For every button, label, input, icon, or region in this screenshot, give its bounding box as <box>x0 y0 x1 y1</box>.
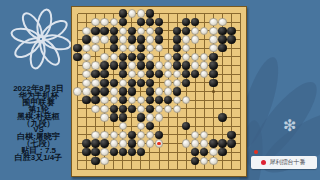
white-stone <box>82 27 90 35</box>
white-stone <box>155 61 163 69</box>
white-stone <box>100 53 108 61</box>
grid-line <box>78 169 241 170</box>
white-stone <box>173 96 181 104</box>
white-stone <box>146 139 154 147</box>
black-stone <box>110 113 118 121</box>
black-stone <box>91 70 99 78</box>
white-stone <box>110 53 118 61</box>
black-stone <box>146 61 154 69</box>
white-stone <box>146 53 154 61</box>
white-stone <box>82 87 90 95</box>
white-stone <box>200 61 208 69</box>
black-stone <box>146 79 154 87</box>
watermark-logo-icon <box>261 160 266 165</box>
black-stone <box>191 157 199 165</box>
white-stone <box>146 113 154 121</box>
black-stone <box>110 79 118 87</box>
black-stone <box>182 18 190 26</box>
black-stone <box>209 139 217 147</box>
white-stone <box>100 96 108 104</box>
white-stone <box>119 79 127 87</box>
white-stone <box>100 18 108 26</box>
white-stone <box>164 87 172 95</box>
white-stone <box>200 131 208 139</box>
white-stone <box>73 87 81 95</box>
white-stone <box>200 70 208 78</box>
black-stone <box>128 105 136 113</box>
black-stone <box>155 35 163 43</box>
white-stone <box>128 44 136 52</box>
black-stone <box>128 148 136 156</box>
white-stone <box>110 96 118 104</box>
white-stone <box>91 18 99 26</box>
black-stone <box>155 27 163 35</box>
black-stone <box>73 44 81 52</box>
white-stone <box>218 18 226 26</box>
black-stone <box>100 27 108 35</box>
white-stone <box>119 44 127 52</box>
white-stone <box>164 53 172 61</box>
white-stone <box>146 35 154 43</box>
black-stone <box>173 35 181 43</box>
black-stone <box>218 148 226 156</box>
black-stone <box>110 105 118 113</box>
black-stone <box>218 35 226 43</box>
white-stone <box>128 96 136 104</box>
white-stone <box>200 157 208 165</box>
white-stone <box>110 18 118 26</box>
white-stone <box>155 105 163 113</box>
black-stone <box>191 18 199 26</box>
white-stone <box>182 96 190 104</box>
black-stone <box>119 53 127 61</box>
black-stone <box>227 139 235 147</box>
black-stone <box>173 44 181 52</box>
black-stone <box>100 87 108 95</box>
black-stone <box>146 87 154 95</box>
black-stone <box>209 53 217 61</box>
white-stone <box>182 35 190 43</box>
black-stone <box>146 18 154 26</box>
white-stone <box>128 61 136 69</box>
black-stone <box>91 139 99 147</box>
white-stone <box>209 35 217 43</box>
video-frame: ❇ 2022年8月3日华为手机杯围甲联赛第1轮黑棋:朴廷桓（九段）VS白棋:屠晓… <box>0 0 320 180</box>
white-stone <box>209 148 217 156</box>
black-stone <box>91 157 99 165</box>
white-stone <box>182 53 190 61</box>
black-stone <box>173 61 181 69</box>
white-stone <box>191 61 199 69</box>
white-stone <box>100 35 108 43</box>
white-stone <box>155 87 163 95</box>
black-stone <box>100 79 108 87</box>
white-stone <box>191 139 199 147</box>
white-stone <box>137 70 145 78</box>
black-stone <box>119 105 127 113</box>
black-stone <box>209 79 217 87</box>
black-stone <box>191 70 199 78</box>
white-stone <box>209 27 217 35</box>
white-stone <box>200 139 208 147</box>
black-stone <box>218 44 226 52</box>
white-stone <box>173 105 181 113</box>
white-stone <box>137 139 145 147</box>
black-stone <box>182 61 190 69</box>
black-stone <box>119 148 127 156</box>
black-stone <box>128 131 136 139</box>
black-stone <box>82 139 90 147</box>
white-stone <box>100 113 108 121</box>
black-stone <box>137 79 145 87</box>
black-stone <box>110 44 118 52</box>
go-board <box>71 6 247 177</box>
grid-line <box>78 126 241 127</box>
black-stone <box>209 61 217 69</box>
black-stone <box>200 148 208 156</box>
white-stone <box>209 44 217 52</box>
black-stone <box>227 35 235 43</box>
white-stone <box>100 148 108 156</box>
black-stone <box>128 139 136 147</box>
white-stone <box>146 27 154 35</box>
star-point <box>212 90 215 93</box>
starburst-icon: ❇ <box>283 116 296 135</box>
white-stone <box>91 44 99 52</box>
white-stone <box>119 139 127 147</box>
black-stone <box>128 27 136 35</box>
white-stone <box>91 35 99 43</box>
black-stone <box>155 18 163 26</box>
white-stone <box>91 105 99 113</box>
white-stone <box>91 79 99 87</box>
white-stone <box>164 105 172 113</box>
white-stone <box>137 122 145 130</box>
black-stone <box>119 113 127 121</box>
white-stone <box>82 44 90 52</box>
white-stone <box>137 105 145 113</box>
white-stone <box>82 79 90 87</box>
white-stone <box>182 139 190 147</box>
black-stone <box>119 18 127 26</box>
black-stone <box>146 9 154 17</box>
white-stone <box>128 9 136 17</box>
last-move-marker <box>157 142 161 146</box>
white-stone <box>119 27 127 35</box>
black-stone <box>218 113 226 121</box>
white-stone <box>137 96 145 104</box>
black-stone <box>100 61 108 69</box>
white-stone <box>191 131 199 139</box>
white-stone <box>146 131 154 139</box>
black-stone <box>119 61 127 69</box>
white-stone <box>119 131 127 139</box>
white-stone <box>82 53 90 61</box>
black-stone <box>137 148 145 156</box>
white-stone <box>100 131 108 139</box>
black-stone <box>182 70 190 78</box>
watermark: 犀利擂台十番 <box>251 156 317 169</box>
black-stone <box>100 70 108 78</box>
watermark-text: 犀利擂台十番 <box>270 158 306 166</box>
grid-line <box>240 14 241 170</box>
white-stone <box>200 27 208 35</box>
black-stone <box>137 18 145 26</box>
white-stone <box>137 9 145 17</box>
white-stone <box>91 61 99 69</box>
black-stone <box>155 70 163 78</box>
black-stone <box>82 148 90 156</box>
black-stone <box>155 96 163 104</box>
black-stone <box>146 122 154 130</box>
white-stone <box>110 139 118 147</box>
white-stone <box>209 18 217 26</box>
black-stone <box>182 27 190 35</box>
white-stone <box>173 70 181 78</box>
white-stone <box>209 157 217 165</box>
black-stone <box>137 53 145 61</box>
white-stone <box>146 44 154 52</box>
black-stone <box>182 122 190 130</box>
black-stone <box>91 96 99 104</box>
black-stone <box>91 27 99 35</box>
black-stone <box>82 35 90 43</box>
black-stone <box>227 131 235 139</box>
black-stone <box>73 53 81 61</box>
black-stone <box>91 87 99 95</box>
info-panel: 2022年8月3日华为手机杯围甲联赛第1轮黑棋:朴廷桓（九段）VS白棋:屠晓宇（… <box>0 86 77 162</box>
white-stone <box>191 35 199 43</box>
white-stone <box>119 35 127 43</box>
white-stone <box>191 27 199 35</box>
white-stone <box>119 122 127 130</box>
black-stone <box>173 87 181 95</box>
black-stone <box>137 61 145 69</box>
white-stone <box>155 44 163 52</box>
black-stone <box>164 96 172 104</box>
white-stone <box>182 44 190 52</box>
white-stone <box>164 70 172 78</box>
black-stone <box>146 70 154 78</box>
black-stone <box>128 53 136 61</box>
black-stone <box>173 53 181 61</box>
info-line: 白胜3又1/4子 <box>0 155 77 162</box>
white-stone <box>173 79 181 87</box>
black-stone <box>155 131 163 139</box>
black-stone <box>137 35 145 43</box>
black-stone <box>191 148 199 156</box>
white-stone <box>110 87 118 95</box>
black-stone <box>218 139 226 147</box>
black-stone <box>100 139 108 147</box>
black-stone <box>227 27 235 35</box>
white-stone <box>155 113 163 121</box>
white-stone <box>100 157 108 165</box>
white-stone <box>164 79 172 87</box>
black-stone <box>110 35 118 43</box>
white-stone <box>100 105 108 113</box>
black-stone <box>146 96 154 104</box>
white-stone <box>82 70 90 78</box>
black-stone <box>146 105 154 113</box>
record-dot-icon <box>254 150 258 154</box>
black-stone <box>119 70 127 78</box>
white-stone <box>137 27 145 35</box>
white-stone <box>191 53 199 61</box>
black-stone <box>119 87 127 95</box>
white-stone <box>164 61 172 69</box>
black-stone <box>128 87 136 95</box>
black-stone <box>110 27 118 35</box>
black-stone <box>137 113 145 121</box>
black-stone <box>128 79 136 87</box>
black-stone <box>173 27 181 35</box>
flower-logo-icon <box>10 5 72 73</box>
black-stone <box>110 61 118 69</box>
black-stone <box>119 96 127 104</box>
black-stone <box>218 27 226 35</box>
white-stone <box>128 70 136 78</box>
black-stone <box>128 35 136 43</box>
white-stone <box>200 53 208 61</box>
black-stone <box>91 148 99 156</box>
black-stone <box>137 44 145 52</box>
white-stone <box>82 61 90 69</box>
black-stone <box>182 79 190 87</box>
white-stone <box>137 131 145 139</box>
black-stone <box>119 9 127 17</box>
black-stone <box>110 148 118 156</box>
black-stone <box>82 96 90 104</box>
white-stone <box>91 131 99 139</box>
black-stone <box>209 70 217 78</box>
white-stone <box>110 131 118 139</box>
